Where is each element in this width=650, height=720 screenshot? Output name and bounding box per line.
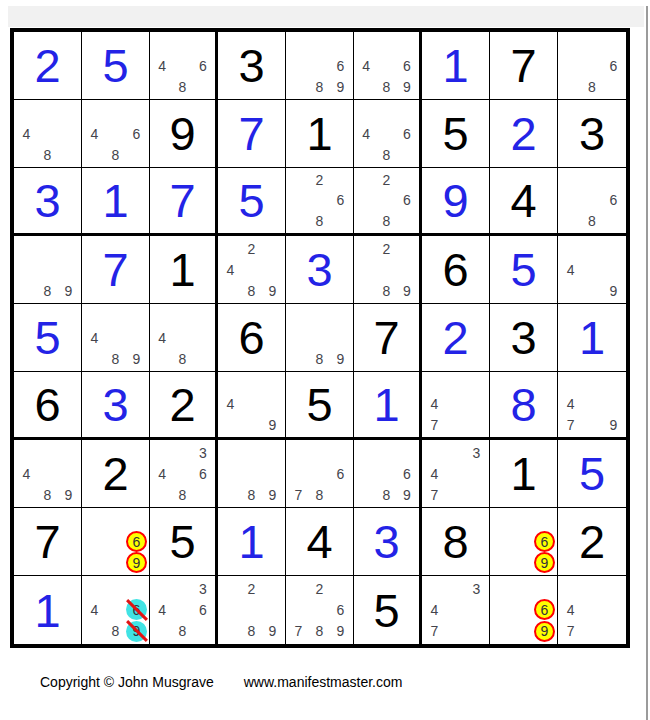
empty-candidate-slot — [603, 621, 624, 642]
cell-r2c2[interactable]: 468 — [82, 100, 150, 168]
candidate-6: 6 — [193, 55, 213, 76]
empty-candidate-slot — [330, 211, 351, 231]
candidate-9: 9 — [330, 621, 351, 642]
candidate-4: 4 — [220, 259, 241, 280]
empty-candidate-slot — [356, 280, 376, 301]
cell-r2c1[interactable]: 48 — [14, 100, 82, 168]
empty-candidate-slot — [356, 211, 376, 231]
solved-digit: 3 — [102, 381, 128, 428]
candidate-9: 9 — [58, 280, 79, 301]
candidate-7: 7 — [288, 484, 309, 505]
empty-candidate-slot — [16, 442, 37, 463]
empty-candidate-slot — [58, 259, 79, 280]
cell-r5c1[interactable]: 5 — [14, 304, 82, 372]
cell-r3c2[interactable]: 1 — [82, 168, 150, 236]
cell-r9c1[interactable]: 1 — [14, 576, 82, 644]
empty-candidate-slot — [492, 578, 513, 599]
empty-candidate-slot — [560, 170, 581, 190]
pencil-marks: 69 — [84, 510, 147, 573]
empty-candidate-slot — [288, 463, 309, 484]
cell-r7c3[interactable]: 3468 — [150, 440, 218, 508]
solved-digit: 1 — [102, 177, 128, 224]
cell-r4c3[interactable]: 1 — [150, 236, 218, 304]
website-text: www.manifestmaster.com — [244, 674, 403, 690]
empty-candidate-slot — [16, 238, 37, 259]
empty-candidate-slot — [356, 144, 376, 165]
candidate-7: 7 — [424, 621, 445, 642]
cell-r3c9[interactable]: 68 — [558, 168, 626, 236]
pencil-marks: 689 — [356, 442, 417, 505]
pencil-marks: 69 — [492, 510, 555, 573]
candidate-7: 7 — [560, 621, 581, 642]
cell-r5c2[interactable]: 489 — [82, 304, 150, 372]
empty-candidate-slot — [445, 484, 466, 505]
cell-r1c9[interactable]: 68 — [558, 32, 626, 100]
cell-r6c8[interactable]: 8 — [490, 372, 558, 440]
empty-candidate-slot — [16, 280, 37, 301]
cell-r7c9[interactable]: 5 — [558, 440, 626, 508]
cell-r7c5[interactable]: 678 — [286, 440, 354, 508]
given-digit: 7 — [510, 42, 536, 89]
empty-candidate-slot — [126, 510, 147, 531]
empty-candidate-slot — [309, 599, 330, 620]
empty-candidate-slot — [84, 348, 105, 369]
cell-r3c8[interactable]: 4 — [490, 168, 558, 236]
empty-candidate-slot — [376, 55, 396, 76]
cell-r8c4[interactable]: 1 — [218, 508, 286, 576]
cell-r2c3[interactable]: 9 — [150, 100, 218, 168]
empty-candidate-slot — [581, 190, 602, 210]
solved-digit: 5 — [102, 42, 128, 89]
empty-candidate-slot — [193, 327, 213, 348]
empty-candidate-slot — [376, 442, 396, 463]
empty-candidate-slot — [262, 599, 283, 620]
empty-candidate-slot — [152, 578, 172, 599]
empty-candidate-slot — [581, 34, 602, 55]
candidate-4: 4 — [424, 463, 445, 484]
empty-candidate-slot — [288, 327, 309, 348]
candidate-4: 4 — [152, 463, 172, 484]
cell-r7c8[interactable]: 1 — [490, 440, 558, 508]
cell-r8c6[interactable]: 3 — [354, 508, 422, 576]
cell-r9c8[interactable]: 69 — [490, 576, 558, 644]
cell-r8c8[interactable]: 69 — [490, 508, 558, 576]
given-digit: 3 — [579, 110, 605, 157]
empty-candidate-slot — [581, 238, 602, 259]
empty-candidate-slot — [309, 463, 330, 484]
empty-candidate-slot — [330, 484, 351, 505]
cell-r1c2[interactable]: 5 — [82, 32, 150, 100]
cell-r3c7[interactable]: 9 — [422, 168, 490, 236]
empty-candidate-slot — [172, 599, 192, 620]
empty-candidate-slot — [603, 211, 624, 231]
empty-candidate-slot — [220, 374, 241, 394]
empty-candidate-slot — [126, 144, 147, 165]
cell-r4c5[interactable]: 3 — [286, 236, 354, 304]
highlighted-candidate-6: 6 — [534, 599, 555, 620]
cell-r4c4[interactable]: 2489 — [218, 236, 286, 304]
cell-r5c9[interactable]: 1 — [558, 304, 626, 372]
empty-candidate-slot — [262, 374, 283, 394]
candidate-8: 8 — [172, 621, 192, 642]
empty-candidate-slot — [172, 442, 192, 463]
cell-r9c4[interactable]: 289 — [218, 576, 286, 644]
pencil-marks: 489 — [16, 442, 79, 505]
empty-candidate-slot — [560, 34, 581, 55]
empty-candidate-slot — [16, 259, 37, 280]
pencil-marks: 89 — [16, 238, 79, 301]
empty-candidate-slot — [262, 259, 283, 280]
cell-r5c8[interactable]: 3 — [490, 304, 558, 372]
candidate-6: 6 — [397, 55, 417, 76]
candidate-4: 4 — [152, 327, 172, 348]
highlighted-candidate-6: 6 — [534, 531, 555, 552]
cell-r5c5[interactable]: 89 — [286, 304, 354, 372]
empty-candidate-slot — [126, 102, 147, 123]
cell-r1c6[interactable]: 4689 — [354, 32, 422, 100]
empty-candidate-slot — [581, 374, 602, 394]
cell-r2c6[interactable]: 468 — [354, 100, 422, 168]
candidate-3: 3 — [466, 442, 487, 463]
cell-r7c4[interactable]: 89 — [218, 440, 286, 508]
empty-candidate-slot — [424, 442, 445, 463]
cell-r6c1[interactable]: 6 — [14, 372, 82, 440]
solved-digit: 7 — [238, 110, 264, 157]
empty-candidate-slot — [397, 211, 417, 231]
empty-candidate-slot — [126, 578, 147, 599]
eliminated-candidate-6: 6 — [126, 599, 147, 620]
solved-digit: 3 — [306, 246, 332, 293]
cell-r9c5[interactable]: 26789 — [286, 576, 354, 644]
candidate-6: 6 — [603, 190, 624, 210]
cell-r4c7[interactable]: 6 — [422, 236, 490, 304]
candidate-8: 8 — [376, 144, 396, 165]
cell-r3c1[interactable]: 3 — [14, 168, 82, 236]
candidate-3: 3 — [193, 442, 213, 463]
cell-r6c3[interactable]: 2 — [150, 372, 218, 440]
empty-candidate-slot — [241, 259, 262, 280]
empty-candidate-slot — [492, 531, 513, 552]
empty-candidate-slot — [397, 144, 417, 165]
cell-r6c2[interactable]: 3 — [82, 372, 150, 440]
cell-r6c4[interactable]: 49 — [218, 372, 286, 440]
empty-candidate-slot — [330, 306, 351, 327]
pencil-marks: 468 — [152, 34, 213, 97]
pencil-marks: 48 — [16, 102, 79, 165]
cell-r4c6[interactable]: 289 — [354, 236, 422, 304]
candidate-9: 9 — [603, 415, 624, 435]
cell-r8c9[interactable]: 2 — [558, 508, 626, 576]
empty-candidate-slot — [262, 578, 283, 599]
empty-candidate-slot — [424, 578, 445, 599]
candidate-4: 4 — [84, 599, 105, 620]
candidate-9: 9 — [397, 76, 417, 97]
empty-candidate-slot — [356, 259, 376, 280]
candidate-4: 4 — [424, 599, 445, 620]
empty-candidate-slot — [193, 348, 213, 369]
empty-candidate-slot — [172, 327, 192, 348]
given-digit: 2 — [102, 450, 128, 497]
given-digit: 5 — [442, 110, 468, 157]
candidate-8: 8 — [241, 484, 262, 505]
cell-r3c3[interactable]: 7 — [150, 168, 218, 236]
empty-candidate-slot — [330, 442, 351, 463]
empty-candidate-slot — [356, 170, 376, 190]
empty-candidate-slot — [288, 599, 309, 620]
solved-digit: 5 — [510, 246, 536, 293]
candidate-4: 4 — [356, 55, 376, 76]
pencil-marks: 678 — [288, 442, 351, 505]
candidate-8: 8 — [172, 484, 192, 505]
empty-candidate-slot — [603, 34, 624, 55]
pencil-marks: 4689 — [356, 34, 417, 97]
empty-candidate-slot — [105, 510, 126, 531]
candidate-3: 3 — [193, 578, 213, 599]
empty-candidate-slot — [466, 415, 487, 435]
solved-digit: 2 — [34, 42, 60, 89]
empty-candidate-slot — [330, 34, 351, 55]
empty-candidate-slot — [58, 238, 79, 259]
empty-candidate-slot — [330, 170, 351, 190]
given-digit: 7 — [34, 518, 60, 565]
empty-candidate-slot — [356, 190, 376, 210]
cell-r9c9[interactable]: 47 — [558, 576, 626, 644]
candidate-4: 4 — [152, 55, 172, 76]
empty-candidate-slot — [309, 190, 330, 210]
cell-r2c7[interactable]: 5 — [422, 100, 490, 168]
cell-r6c9[interactable]: 479 — [558, 372, 626, 440]
candidate-3: 3 — [466, 578, 487, 599]
cell-r3c4[interactable]: 5 — [218, 168, 286, 236]
cell-r8c5[interactable]: 4 — [286, 508, 354, 576]
eliminated-candidate-9: 9 — [126, 621, 147, 642]
given-digit: 6 — [238, 314, 264, 361]
empty-candidate-slot — [193, 34, 213, 55]
cell-r7c2[interactable]: 2 — [82, 440, 150, 508]
empty-candidate-slot — [356, 102, 376, 123]
candidate-9: 9 — [397, 484, 417, 505]
empty-candidate-slot — [126, 327, 147, 348]
solved-digit: 5 — [238, 177, 264, 224]
empty-candidate-slot — [262, 442, 283, 463]
candidate-8: 8 — [241, 280, 262, 301]
candidate-6: 6 — [330, 599, 351, 620]
empty-candidate-slot — [262, 463, 283, 484]
empty-candidate-slot — [37, 442, 58, 463]
pencil-marks: 69 — [492, 578, 555, 642]
empty-candidate-slot — [309, 34, 330, 55]
cell-r5c4[interactable]: 6 — [218, 304, 286, 372]
empty-candidate-slot — [560, 374, 581, 394]
pencil-marks: 47 — [424, 374, 487, 435]
cell-r2c4[interactable]: 7 — [218, 100, 286, 168]
cell-r7c7[interactable]: 347 — [422, 440, 490, 508]
empty-candidate-slot — [603, 259, 624, 280]
cell-r9c6[interactable]: 5 — [354, 576, 422, 644]
cell-r7c1[interactable]: 489 — [14, 440, 82, 508]
empty-candidate-slot — [466, 599, 487, 620]
empty-candidate-slot — [560, 238, 581, 259]
empty-candidate-slot — [309, 442, 330, 463]
candidate-4: 4 — [152, 599, 172, 620]
cell-r5c7[interactable]: 2 — [422, 304, 490, 372]
candidate-7: 7 — [424, 484, 445, 505]
empty-candidate-slot — [581, 280, 602, 301]
candidate-8: 8 — [37, 484, 58, 505]
empty-candidate-slot — [492, 510, 513, 531]
candidate-2: 2 — [309, 578, 330, 599]
empty-candidate-slot — [466, 621, 487, 642]
empty-candidate-slot — [513, 552, 534, 573]
empty-candidate-slot — [241, 442, 262, 463]
empty-candidate-slot — [356, 34, 376, 55]
cell-r4c9[interactable]: 49 — [558, 236, 626, 304]
empty-candidate-slot — [220, 621, 241, 642]
given-digit: 1 — [169, 246, 195, 293]
cell-r6c7[interactable]: 47 — [422, 372, 490, 440]
empty-candidate-slot — [220, 463, 241, 484]
cell-r2c5[interactable]: 1 — [286, 100, 354, 168]
solved-digit: 3 — [373, 518, 399, 565]
cell-r8c7[interactable]: 8 — [422, 508, 490, 576]
empty-candidate-slot — [288, 578, 309, 599]
cell-r9c3[interactable]: 3468 — [150, 576, 218, 644]
empty-candidate-slot — [560, 76, 581, 97]
solved-digit: 3 — [34, 177, 60, 224]
cell-r5c6[interactable]: 7 — [354, 304, 422, 372]
cell-r4c1[interactable]: 89 — [14, 236, 82, 304]
empty-candidate-slot — [309, 306, 330, 327]
empty-candidate-slot — [220, 280, 241, 301]
cell-r3c5[interactable]: 268 — [286, 168, 354, 236]
candidate-8: 8 — [172, 348, 192, 369]
empty-candidate-slot — [513, 510, 534, 531]
empty-candidate-slot — [105, 102, 126, 123]
given-digit: 2 — [169, 381, 195, 428]
empty-candidate-slot — [262, 238, 283, 259]
empty-candidate-slot — [581, 599, 602, 620]
empty-candidate-slot — [376, 34, 396, 55]
candidate-7: 7 — [560, 415, 581, 435]
empty-candidate-slot — [152, 348, 172, 369]
empty-candidate-slot — [288, 306, 309, 327]
empty-candidate-slot — [534, 510, 555, 531]
solved-digit: 1 — [442, 42, 468, 89]
empty-candidate-slot — [356, 442, 376, 463]
empty-candidate-slot — [560, 190, 581, 210]
empty-candidate-slot — [513, 599, 534, 620]
empty-candidate-slot — [288, 211, 309, 231]
cell-r9c7[interactable]: 347 — [422, 576, 490, 644]
cell-r5c3[interactable]: 48 — [150, 304, 218, 372]
empty-candidate-slot — [152, 76, 172, 97]
empty-candidate-slot — [603, 170, 624, 190]
empty-candidate-slot — [193, 76, 213, 97]
empty-candidate-slot — [172, 306, 192, 327]
cell-r9c2[interactable]: 4689 — [82, 576, 150, 644]
empty-candidate-slot — [309, 55, 330, 76]
candidate-2: 2 — [309, 170, 330, 190]
cell-r1c4[interactable]: 3 — [218, 32, 286, 100]
pencil-marks: 49 — [220, 374, 283, 435]
empty-candidate-slot — [445, 599, 466, 620]
candidate-6: 6 — [330, 55, 351, 76]
empty-candidate-slot — [445, 415, 466, 435]
empty-candidate-slot — [330, 578, 351, 599]
empty-candidate-slot — [241, 415, 262, 435]
cell-r1c7[interactable]: 1 — [422, 32, 490, 100]
empty-candidate-slot — [126, 306, 147, 327]
empty-candidate-slot — [37, 238, 58, 259]
cell-r7c6[interactable]: 689 — [354, 440, 422, 508]
empty-candidate-slot — [603, 238, 624, 259]
empty-candidate-slot — [288, 170, 309, 190]
cell-r2c8[interactable]: 2 — [490, 100, 558, 168]
cell-r6c6[interactable]: 1 — [354, 372, 422, 440]
candidate-8: 8 — [37, 280, 58, 301]
empty-candidate-slot — [288, 348, 309, 369]
candidate-8: 8 — [309, 484, 330, 505]
empty-candidate-slot — [445, 578, 466, 599]
solved-digit: 9 — [442, 177, 468, 224]
candidate-9: 9 — [262, 484, 283, 505]
empty-candidate-slot — [152, 34, 172, 55]
cell-r4c8[interactable]: 5 — [490, 236, 558, 304]
cell-r2c9[interactable]: 3 — [558, 100, 626, 168]
empty-candidate-slot — [560, 280, 581, 301]
empty-candidate-slot — [241, 599, 262, 620]
empty-candidate-slot — [603, 76, 624, 97]
empty-candidate-slot — [581, 621, 602, 642]
given-digit: 5 — [373, 587, 399, 634]
candidate-4: 4 — [84, 327, 105, 348]
cell-r1c1[interactable]: 2 — [14, 32, 82, 100]
empty-candidate-slot — [603, 374, 624, 394]
given-digit: 2 — [579, 518, 605, 565]
solved-digit: 7 — [102, 246, 128, 293]
empty-candidate-slot — [376, 123, 396, 144]
solved-digit: 5 — [579, 450, 605, 497]
candidate-4: 4 — [220, 394, 241, 414]
cell-r8c1[interactable]: 7 — [14, 508, 82, 576]
cell-r8c3[interactable]: 5 — [150, 508, 218, 576]
candidate-4: 4 — [560, 259, 581, 280]
empty-candidate-slot — [288, 442, 309, 463]
cell-r1c8[interactable]: 7 — [490, 32, 558, 100]
pencil-marks: 3468 — [152, 442, 213, 505]
cell-r4c2[interactable]: 7 — [82, 236, 150, 304]
candidate-9: 9 — [58, 484, 79, 505]
empty-candidate-slot — [513, 578, 534, 599]
empty-candidate-slot — [466, 374, 487, 394]
empty-candidate-slot — [356, 76, 376, 97]
sudoku-board: 2546836894689176848468971468523317526826… — [10, 28, 630, 648]
cell-r8c2[interactable]: 69 — [82, 508, 150, 576]
empty-candidate-slot — [84, 144, 105, 165]
cell-r1c5[interactable]: 689 — [286, 32, 354, 100]
empty-candidate-slot — [152, 621, 172, 642]
candidate-8: 8 — [376, 484, 396, 505]
candidate-4: 4 — [560, 394, 581, 414]
empty-candidate-slot — [84, 578, 105, 599]
empty-candidate-slot — [581, 170, 602, 190]
cell-r6c5[interactable]: 5 — [286, 372, 354, 440]
cell-r1c3[interactable]: 468 — [150, 32, 218, 100]
empty-candidate-slot — [193, 306, 213, 327]
solved-digit: 1 — [238, 518, 264, 565]
cell-r3c6[interactable]: 268 — [354, 168, 422, 236]
empty-candidate-slot — [105, 552, 126, 573]
